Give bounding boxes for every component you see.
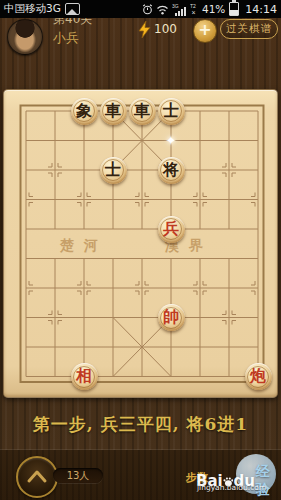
baidu-jingyan-watermark: Bai du 经验 [196,463,281,499]
piece-black-general[interactable]: 将 [158,157,185,184]
carrier-label: 中国移动3G [4,2,61,16]
piece-black-chariot[interactable]: 車 [100,98,127,125]
piece-black-advisor[interactable]: 士 [158,98,185,125]
battery-percent-label: 41% [202,3,225,15]
svg-text:3G: 3G [172,3,179,9]
xiangqi-board[interactable]: 楚河 漢界 象車車士士将兵帥相炮✦ [3,89,278,398]
energy-lightning-icon [138,21,151,38]
status-bar: 中国移动3G 3G T2 [0,0,281,18]
board-grid [4,90,279,399]
watermark-domain: jingyan.baidu.com [197,483,266,492]
player-rank-label: 小兵 [53,29,79,47]
svg-text:×: × [191,9,195,16]
energy-count: 100 [154,22,177,36]
screenshot-notification-icon [65,3,80,15]
collapse-panel-button[interactable] [16,456,58,498]
piece-red-king[interactable]: 帥 [158,304,185,331]
level-records-button[interactable]: 过关棋谱 [220,19,278,39]
players-count-badge: 13人 [53,468,103,483]
add-energy-button[interactable]: + [193,19,217,43]
piece-red-pawn[interactable]: 兵 [158,216,185,243]
watermark-product: 经验 [256,463,281,499]
player-avatar[interactable] [7,19,43,55]
app-screen: 第40关 小兵 100 + 过关棋谱 楚河 漢界 象車車士士将兵帥相炮✦ 第一步… [0,0,281,500]
battery-icon [229,2,239,16]
piece-black-chariot[interactable]: 車 [129,98,156,125]
last-move-sparkle: ✦ [163,133,179,149]
move-hint-text: 第一步, 兵三平四, 将6进1 [0,413,281,436]
clock-time: 14:14 [245,3,277,16]
chevron-up-icon [18,458,56,496]
signal-3g-icon: 3G [172,3,187,16]
alarm-clock-icon [142,4,153,15]
wifi-icon [156,4,169,15]
piece-red-elephant[interactable]: 相 [71,363,98,390]
no-signal-sim-icon: T2 × [190,3,199,16]
piece-red-cannon[interactable]: 炮 [245,363,272,390]
river-label-left: 楚河 [60,237,108,255]
piece-black-advisor[interactable]: 士 [100,157,127,184]
piece-black-elephant[interactable]: 象 [71,98,98,125]
